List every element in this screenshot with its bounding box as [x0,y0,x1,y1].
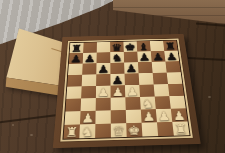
square-c2[interactable] [95,110,110,124]
square-a8[interactable]: ♜ [70,43,84,54]
square-c4[interactable]: ♟ [96,86,111,98]
square-h3[interactable] [169,96,185,109]
square-d2[interactable] [111,110,127,124]
piece-white-N-b1[interactable]: ♞ [79,124,95,140]
chess-board: ♜♛♚♝♜♟♟♞♟♟♟♟♟♟♟♟♟♞♟♟♟♟♜♞♛♚♜ [46,4,208,146]
piece-white-R-a1[interactable]: ♜ [63,124,80,140]
square-b4[interactable] [81,86,96,99]
table-scratch [208,96,211,98]
square-e6[interactable]: ♟ [124,62,138,73]
square-c3[interactable] [96,98,111,111]
piece-white-Q-d1[interactable]: ♛ [111,123,127,139]
square-h1[interactable]: ♜ [172,121,189,135]
square-g5[interactable] [153,73,168,85]
square-h4[interactable] [168,84,184,96]
table-scratch [30,134,33,136]
square-d6[interactable] [110,63,124,74]
square-c5[interactable] [96,74,110,86]
square-h2[interactable]: ♟ [171,108,188,122]
table-scratch [12,124,14,126]
square-d8[interactable]: ♛ [110,42,124,53]
square-b5[interactable] [82,74,97,86]
square-c1[interactable] [95,124,111,138]
square-d3[interactable] [111,97,126,110]
piece-white-R-h1[interactable]: ♜ [172,121,189,137]
board-frame: ♜♛♚♝♜♟♟♞♟♟♟♟♟♟♟♟♟♞♟♟♟♟♜♞♛♚♜ [53,34,201,148]
square-f3[interactable]: ♞ [140,97,156,110]
square-f5[interactable] [139,73,154,85]
square-e3[interactable] [125,97,140,110]
square-b2[interactable]: ♟ [80,111,96,125]
square-e4[interactable]: ♟ [125,85,140,97]
square-g7[interactable]: ♟ [151,51,166,62]
board-grid: ♜♛♚♝♜♟♟♞♟♟♟♟♟♟♟♟♟♞♟♟♟♟♜♞♛♚♜ [63,40,189,138]
square-g2[interactable]: ♟ [156,109,172,123]
square-h7[interactable]: ♟ [164,51,179,62]
square-d7[interactable]: ♞ [110,52,124,63]
square-a1[interactable]: ♜ [63,124,79,138]
square-f7[interactable]: ♟ [137,51,151,62]
square-a5[interactable] [67,75,82,87]
square-g1[interactable] [157,122,174,136]
square-a3[interactable] [65,98,81,111]
square-g4[interactable] [154,84,170,96]
square-f8[interactable]: ♝ [137,41,151,52]
square-d4[interactable]: ♟ [111,85,126,97]
square-g3[interactable] [155,96,171,109]
square-b7[interactable]: ♟ [83,53,97,64]
square-d1[interactable]: ♛ [111,123,127,137]
square-h6[interactable] [165,61,180,72]
square-e8[interactable]: ♚ [123,41,137,52]
square-g6[interactable] [152,62,167,73]
square-c8[interactable] [97,42,111,53]
square-b3[interactable] [81,98,96,111]
square-a2[interactable] [64,111,80,125]
square-e5[interactable] [125,73,140,85]
square-f1[interactable] [142,122,159,136]
square-c7[interactable] [97,52,111,63]
square-d5[interactable]: ♟ [110,74,124,86]
square-e2[interactable] [126,110,142,124]
square-f6[interactable] [138,62,153,73]
square-b1[interactable]: ♞ [79,124,95,138]
square-c6[interactable]: ♟ [96,63,110,74]
square-e7[interactable] [124,52,138,63]
square-f2[interactable]: ♟ [141,109,157,123]
photo-scene: ♜♛♚♝♜♟♟♞♟♟♟♟♟♟♟♟♟♞♟♟♟♟♜♞♛♚♜ [0,0,225,153]
square-e1[interactable]: ♚ [126,123,142,137]
square-b8[interactable] [83,42,97,53]
square-a6[interactable] [68,64,83,75]
square-a4[interactable] [66,86,81,99]
square-b6[interactable] [82,63,96,74]
square-a7[interactable]: ♟ [69,53,83,64]
piece-white-K-e1[interactable]: ♚ [126,123,142,139]
square-g8[interactable] [150,41,164,52]
square-h8[interactable]: ♜ [163,40,178,50]
square-f4[interactable] [139,84,154,96]
square-h5[interactable] [167,72,183,84]
